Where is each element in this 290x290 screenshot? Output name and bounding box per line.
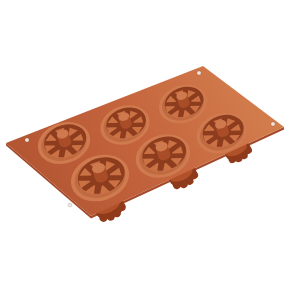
product-photo [0,0,290,290]
corner-hole-left [25,138,29,142]
corner-hole-top [197,71,201,75]
silicone-mold-illustration [0,0,290,290]
corner-hole-bottom [68,203,72,207]
corner-hole-right [271,122,275,126]
